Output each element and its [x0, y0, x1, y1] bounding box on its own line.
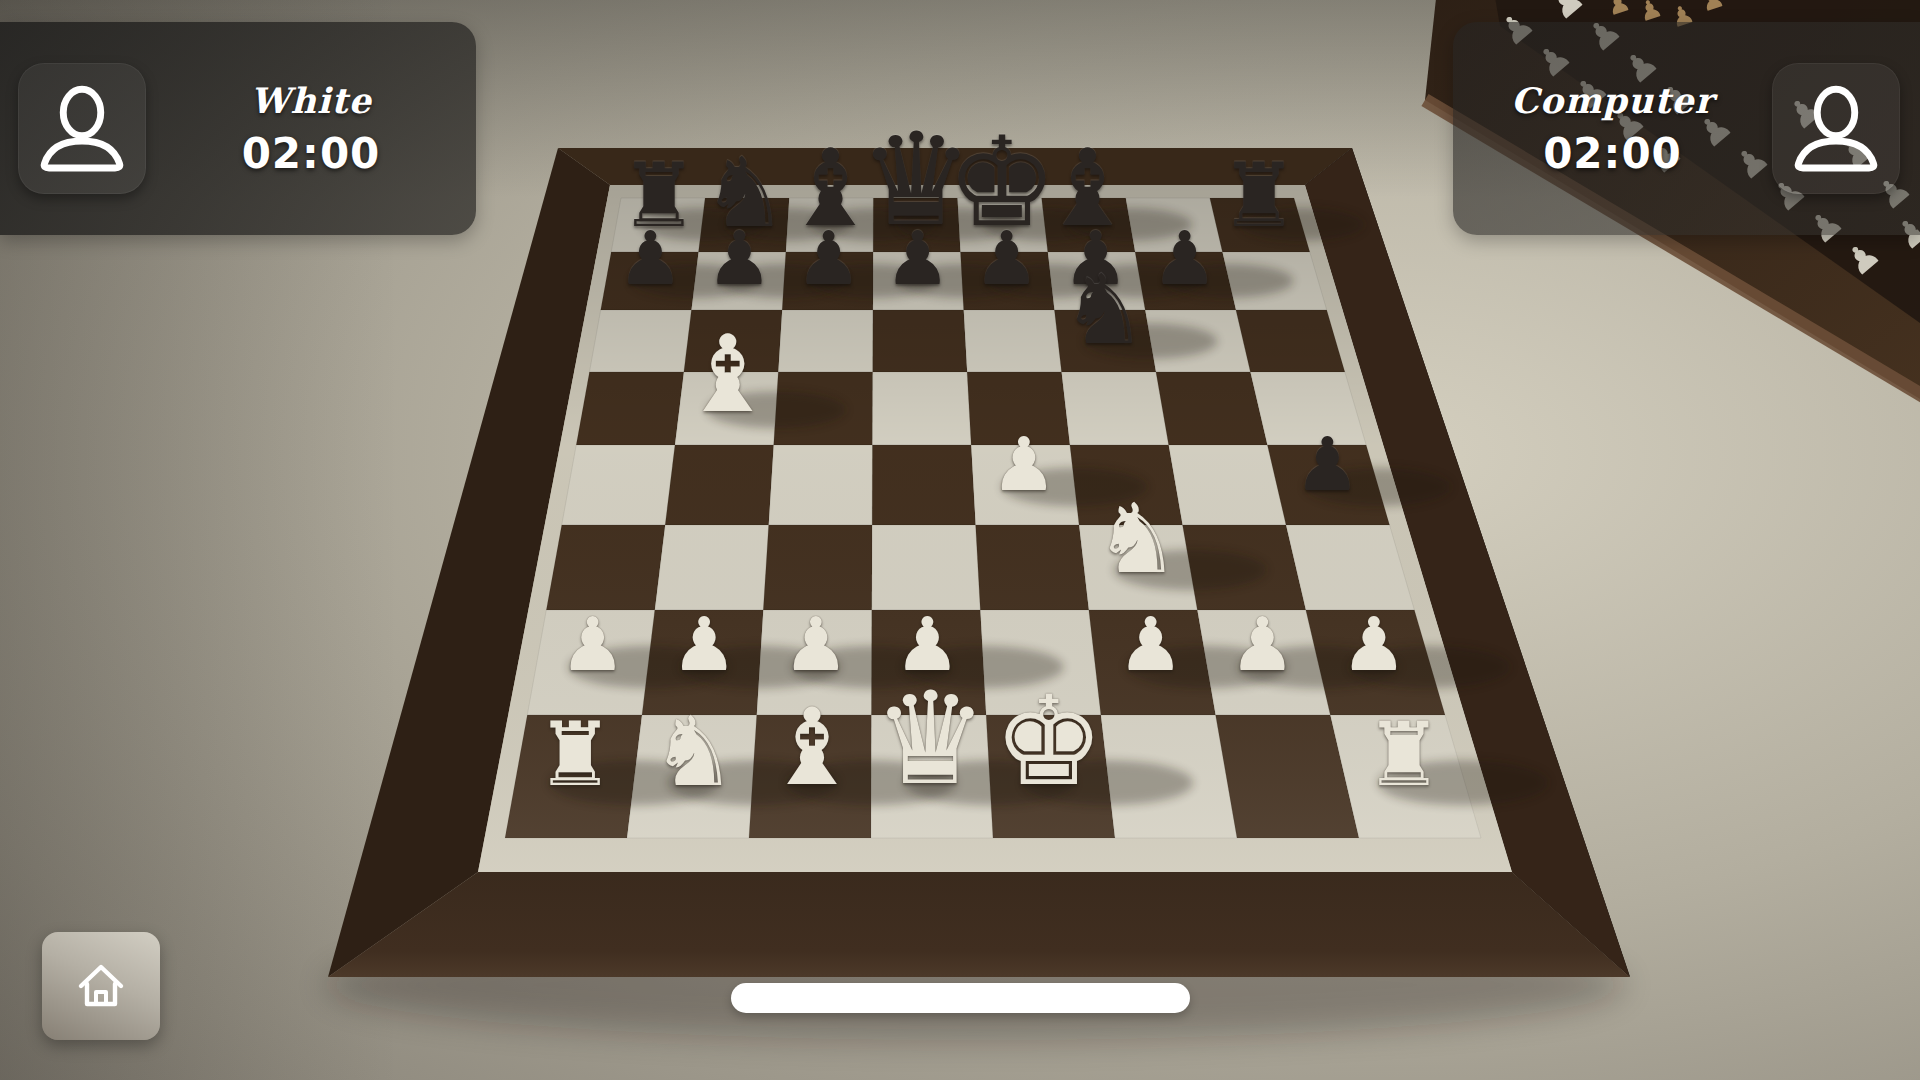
- piece-white-queen-d1[interactable]: ♛: [873, 675, 988, 803]
- piece-black-pawn-g7[interactable]: ♟: [1152, 221, 1218, 295]
- piece-white-pawn-c2[interactable]: ♟: [783, 607, 849, 681]
- piece-white-pawn-g2[interactable]: ♟: [1229, 607, 1295, 681]
- white-clock: 02:00: [242, 129, 381, 178]
- black-clock: 02:00: [1543, 129, 1682, 178]
- player-panel-white: White 02:00: [0, 22, 476, 235]
- piece-black-knight-f6[interactable]: ♞: [1061, 262, 1147, 358]
- white-avatar[interactable]: [18, 63, 146, 194]
- white-player-name: White: [250, 80, 371, 121]
- piece-black-rook-h8[interactable]: ♜: [1220, 152, 1299, 240]
- player-panel-black: Computer 02:00: [1453, 22, 1920, 235]
- piece-white-knight-b1[interactable]: ♞: [651, 703, 737, 799]
- piece-white-bishop-b5[interactable]: ♝: [680, 321, 775, 427]
- piece-white-bishop-c1[interactable]: ♝: [765, 694, 860, 800]
- person-icon: [34, 81, 130, 177]
- piece-white-king-e1[interactable]: ♚: [993, 678, 1104, 802]
- piece-white-rook-a1[interactable]: ♜: [536, 710, 615, 798]
- piece-white-rook-h1[interactable]: ♜: [1364, 710, 1443, 798]
- home-icon: [69, 954, 133, 1018]
- piece-black-pawn-d7[interactable]: ♟: [884, 221, 950, 295]
- piece-white-pawn-e4[interactable]: ♟: [991, 427, 1057, 501]
- black-player-name: Computer: [1511, 80, 1714, 121]
- piece-white-pawn-h2[interactable]: ♟: [1341, 607, 1407, 681]
- piece-black-pawn-e7[interactable]: ♟: [973, 221, 1039, 295]
- piece-white-pawn-f2[interactable]: ♟: [1118, 607, 1184, 681]
- black-avatar[interactable]: [1772, 63, 1900, 194]
- chess-app-screen: { "game": "chess", "view": "3d-board-vs-…: [0, 0, 1920, 1080]
- home-button[interactable]: [42, 932, 160, 1040]
- person-icon: [1788, 81, 1884, 177]
- piece-black-pawn-b7[interactable]: ♟: [706, 221, 772, 295]
- gesture-pill[interactable]: [731, 983, 1190, 1013]
- piece-white-pawn-a2[interactable]: ♟: [559, 607, 625, 681]
- piece-black-pawn-a7[interactable]: ♟: [617, 221, 683, 295]
- piece-black-pawn-c7[interactable]: ♟: [795, 221, 861, 295]
- piece-black-pawn-h4[interactable]: ♟: [1294, 427, 1360, 501]
- piece-white-pawn-b2[interactable]: ♟: [671, 607, 737, 681]
- piece-white-knight-f3[interactable]: ♞: [1094, 491, 1180, 587]
